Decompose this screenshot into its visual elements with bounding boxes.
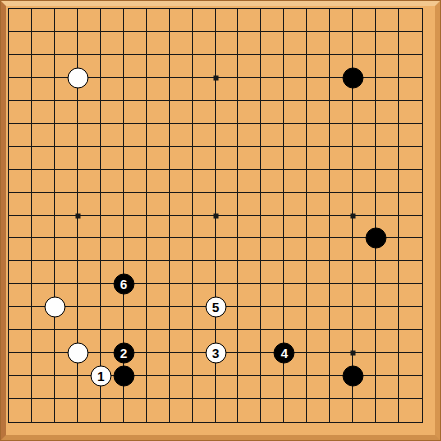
grid-cell xyxy=(330,399,353,422)
grid-cell xyxy=(124,399,147,422)
grid-cell xyxy=(147,32,170,55)
grid-cell xyxy=(399,238,422,261)
grid-cell xyxy=(353,330,376,353)
grid-cell xyxy=(238,147,261,170)
grid-cell xyxy=(399,170,422,193)
grid-cell xyxy=(170,9,193,32)
grid-cell xyxy=(353,261,376,284)
grid-cell xyxy=(9,193,32,216)
grid-cell xyxy=(78,193,101,216)
grid-cell xyxy=(307,78,330,101)
stone-white-e3: 1 xyxy=(90,366,111,387)
grid-cell xyxy=(307,216,330,239)
grid-cell xyxy=(284,284,307,307)
grid-cell xyxy=(147,193,170,216)
grid-cell xyxy=(193,170,216,193)
grid-cell xyxy=(170,376,193,399)
grid-cell xyxy=(261,124,284,147)
grid-cell xyxy=(124,9,147,32)
grid-cell xyxy=(147,376,170,399)
grid-cell xyxy=(399,147,422,170)
grid-cell xyxy=(32,330,55,353)
stone-black-q16 xyxy=(343,67,364,88)
grid-cell xyxy=(55,101,78,124)
grid-cell xyxy=(399,353,422,376)
grid-cell xyxy=(101,101,124,124)
grid-cell xyxy=(376,193,399,216)
grid-cell xyxy=(124,101,147,124)
grid-cell xyxy=(261,399,284,422)
grid-cell xyxy=(193,147,216,170)
grid-cell xyxy=(284,124,307,147)
grid-cell xyxy=(55,124,78,147)
grid-cell xyxy=(238,353,261,376)
grid-cell xyxy=(124,78,147,101)
grid-cell xyxy=(284,238,307,261)
grid-cell xyxy=(170,32,193,55)
grid-cell xyxy=(307,330,330,353)
grid-cell xyxy=(261,261,284,284)
grid-cell xyxy=(399,32,422,55)
grid-cell xyxy=(216,124,239,147)
grid-cell xyxy=(376,101,399,124)
grid-cell xyxy=(376,330,399,353)
grid-cell xyxy=(238,124,261,147)
grid-cell xyxy=(124,307,147,330)
grid-cell xyxy=(284,399,307,422)
grid-cell xyxy=(238,55,261,78)
grid-cell xyxy=(399,284,422,307)
star-point xyxy=(351,213,356,218)
grid-cell xyxy=(9,261,32,284)
grid-cell xyxy=(284,170,307,193)
grid-cell xyxy=(216,376,239,399)
grid-cell xyxy=(284,307,307,330)
grid-cell xyxy=(101,78,124,101)
grid-cell xyxy=(284,78,307,101)
stone-black-q3 xyxy=(343,366,364,387)
grid-cell xyxy=(101,399,124,422)
grid-cell xyxy=(284,216,307,239)
stone-black-f4: 2 xyxy=(113,343,134,364)
stone-white-c6 xyxy=(44,297,65,318)
grid-cell xyxy=(238,101,261,124)
grid-cell xyxy=(216,147,239,170)
grid-cell xyxy=(330,147,353,170)
grid-cell xyxy=(261,238,284,261)
grid-cell xyxy=(32,170,55,193)
grid-cell xyxy=(147,9,170,32)
grid-cell xyxy=(101,55,124,78)
grid-cell xyxy=(32,238,55,261)
grid-cell xyxy=(307,353,330,376)
grid-cell xyxy=(32,399,55,422)
grid-cell xyxy=(261,307,284,330)
grid-cell xyxy=(238,170,261,193)
grid-cell xyxy=(216,101,239,124)
grid-cell xyxy=(261,216,284,239)
star-point xyxy=(213,75,218,80)
grid-cell xyxy=(261,78,284,101)
grid-cell xyxy=(330,284,353,307)
grid-cell xyxy=(261,376,284,399)
grid-cell xyxy=(216,78,239,101)
grid-cell xyxy=(238,238,261,261)
grid-cell xyxy=(147,238,170,261)
grid-cell xyxy=(399,101,422,124)
grid-cell xyxy=(9,307,32,330)
stone-white-k4: 3 xyxy=(205,343,226,364)
grid-cell xyxy=(101,32,124,55)
grid-cell xyxy=(307,147,330,170)
grid-cell xyxy=(32,78,55,101)
grid-cell xyxy=(353,170,376,193)
grid-cell xyxy=(353,284,376,307)
grid-cell xyxy=(376,170,399,193)
grid-cell xyxy=(170,101,193,124)
grid-cell xyxy=(147,55,170,78)
grid-cell xyxy=(193,216,216,239)
grid-cell xyxy=(9,170,32,193)
grid-cell xyxy=(9,238,32,261)
grid-cell xyxy=(78,261,101,284)
grid-cell xyxy=(193,9,216,32)
grid-cell xyxy=(307,376,330,399)
grid-cell xyxy=(101,147,124,170)
grid-cell xyxy=(284,261,307,284)
grid-cell xyxy=(124,216,147,239)
grid-cell xyxy=(193,124,216,147)
grid-cell xyxy=(330,32,353,55)
grid-cell xyxy=(170,147,193,170)
grid-cell xyxy=(101,170,124,193)
grid-cell xyxy=(261,284,284,307)
grid-cell xyxy=(147,78,170,101)
grid-cell xyxy=(170,284,193,307)
grid-cell xyxy=(330,261,353,284)
grid-cell xyxy=(307,238,330,261)
grid-cell xyxy=(170,55,193,78)
grid-cell xyxy=(399,216,422,239)
grid-cell xyxy=(353,307,376,330)
grid-cell xyxy=(238,216,261,239)
grid-cell xyxy=(170,238,193,261)
grid-cell xyxy=(78,238,101,261)
grid-cell xyxy=(78,284,101,307)
grid-cell xyxy=(9,376,32,399)
grid-cell xyxy=(78,32,101,55)
star-point xyxy=(75,213,80,218)
grid-cell xyxy=(216,216,239,239)
grid-cell xyxy=(9,330,32,353)
grid-cell xyxy=(353,147,376,170)
grid-cell xyxy=(193,399,216,422)
grid-cell xyxy=(353,193,376,216)
grid-cell xyxy=(376,32,399,55)
grid-cell xyxy=(55,32,78,55)
grid-cell xyxy=(216,55,239,78)
grid-cell xyxy=(284,193,307,216)
grid-cell xyxy=(9,101,32,124)
grid-cell xyxy=(32,9,55,32)
grid-cell xyxy=(399,376,422,399)
grid-cell xyxy=(101,124,124,147)
grid-cell xyxy=(55,376,78,399)
grid-cell xyxy=(307,9,330,32)
grid-cell xyxy=(147,170,170,193)
grid-cell xyxy=(376,55,399,78)
grid-cell xyxy=(193,32,216,55)
grid-cell xyxy=(147,284,170,307)
grid-cell xyxy=(238,284,261,307)
grid-cell xyxy=(124,170,147,193)
grid-cell xyxy=(261,147,284,170)
grid-cell xyxy=(78,399,101,422)
grid-cell xyxy=(353,9,376,32)
grid-cell xyxy=(170,353,193,376)
grid-cell xyxy=(330,216,353,239)
grid-cell xyxy=(284,101,307,124)
grid-cell xyxy=(101,238,124,261)
grid-cell xyxy=(32,261,55,284)
grid-cell xyxy=(307,261,330,284)
grid-cell xyxy=(216,32,239,55)
star-point xyxy=(213,213,218,218)
grid-cell xyxy=(170,307,193,330)
grid-cell xyxy=(170,261,193,284)
grid-cell xyxy=(238,32,261,55)
grid-cell xyxy=(101,193,124,216)
grid-cell xyxy=(376,78,399,101)
grid-cell xyxy=(147,261,170,284)
grid-cell xyxy=(307,32,330,55)
grid-cell xyxy=(376,9,399,32)
grid-cell xyxy=(261,55,284,78)
grid-cell xyxy=(261,193,284,216)
grid-cell xyxy=(376,353,399,376)
grid-cell xyxy=(238,399,261,422)
grid-cell xyxy=(9,124,32,147)
star-point xyxy=(351,351,356,356)
grid-cell xyxy=(78,124,101,147)
grid-cell xyxy=(32,55,55,78)
grid-cell xyxy=(238,376,261,399)
grid-cell xyxy=(399,193,422,216)
grid-cell xyxy=(124,32,147,55)
grid-cell xyxy=(376,307,399,330)
grid-cell xyxy=(216,261,239,284)
grid-cell xyxy=(238,78,261,101)
grid-cell xyxy=(147,124,170,147)
grid-cell xyxy=(170,78,193,101)
grid-cell xyxy=(9,216,32,239)
grid-cell xyxy=(9,353,32,376)
grid-cell xyxy=(261,170,284,193)
grid-cell xyxy=(9,284,32,307)
grid-cell xyxy=(9,9,32,32)
grid-cell xyxy=(399,124,422,147)
grid-cell xyxy=(353,101,376,124)
stone-white-k6: 5 xyxy=(205,297,226,318)
grid-cell xyxy=(78,101,101,124)
grid-cell xyxy=(330,238,353,261)
grid-cell xyxy=(376,124,399,147)
grid-cell xyxy=(330,170,353,193)
grid-cell xyxy=(216,399,239,422)
grid-cell xyxy=(124,193,147,216)
grid-cell xyxy=(330,307,353,330)
grid-cell xyxy=(261,101,284,124)
grid-cell xyxy=(55,216,78,239)
grid-cell xyxy=(307,101,330,124)
grid-cell xyxy=(193,376,216,399)
grid-cell xyxy=(216,9,239,32)
stone-white-d4 xyxy=(67,343,88,364)
grid-cell xyxy=(284,32,307,55)
grid-cell xyxy=(55,9,78,32)
grid-cell xyxy=(124,124,147,147)
go-board[interactable]: 652341 xyxy=(8,8,423,423)
grid-cell xyxy=(307,307,330,330)
go-board-frame: 652341 xyxy=(0,0,441,441)
grid-cell xyxy=(9,32,32,55)
grid-cell xyxy=(330,101,353,124)
grid-cell xyxy=(353,399,376,422)
grid-cell xyxy=(9,147,32,170)
grid-cell xyxy=(238,9,261,32)
grid-cell xyxy=(147,353,170,376)
grid-cell xyxy=(261,32,284,55)
grid-cell xyxy=(193,261,216,284)
grid-cell xyxy=(9,55,32,78)
grid-cell xyxy=(147,399,170,422)
grid-cell xyxy=(238,330,261,353)
grid-cell xyxy=(399,399,422,422)
grid-cell xyxy=(78,9,101,32)
grid-cell xyxy=(399,55,422,78)
grid-cell xyxy=(399,307,422,330)
grid-cell xyxy=(170,330,193,353)
grid-cell xyxy=(376,261,399,284)
grid-cell xyxy=(330,124,353,147)
grid-cell xyxy=(55,238,78,261)
grid-cell xyxy=(216,193,239,216)
grid-cell xyxy=(399,78,422,101)
stone-black-r9 xyxy=(366,228,387,249)
grid-cell xyxy=(55,261,78,284)
grid-cell xyxy=(32,193,55,216)
stone-white-d16 xyxy=(67,67,88,88)
grid-cell xyxy=(284,376,307,399)
grid-cell xyxy=(307,193,330,216)
grid-cell xyxy=(376,147,399,170)
grid-cell xyxy=(147,147,170,170)
grid-cell xyxy=(238,261,261,284)
grid-cell xyxy=(147,307,170,330)
grid-cell xyxy=(32,124,55,147)
grid-cell xyxy=(32,32,55,55)
grid-cell xyxy=(376,399,399,422)
grid-cell xyxy=(216,170,239,193)
grid-cell xyxy=(307,55,330,78)
grid-cell xyxy=(307,124,330,147)
grid-cell xyxy=(353,32,376,55)
grid-cell xyxy=(55,170,78,193)
grid-cell xyxy=(124,55,147,78)
grid-cell xyxy=(193,238,216,261)
grid-cell xyxy=(170,193,193,216)
grid-cell xyxy=(284,55,307,78)
grid-cell xyxy=(170,399,193,422)
grid-cell xyxy=(124,147,147,170)
grid-cell xyxy=(399,330,422,353)
grid-cell xyxy=(124,238,147,261)
grid-cell xyxy=(330,9,353,32)
grid-cell xyxy=(78,216,101,239)
stone-black-f7: 6 xyxy=(113,274,134,295)
grid-cell xyxy=(193,78,216,101)
grid-cell xyxy=(32,216,55,239)
grid-cell xyxy=(101,9,124,32)
grid-cell xyxy=(78,170,101,193)
grid-cell xyxy=(55,147,78,170)
grid-cell xyxy=(147,101,170,124)
grid-cell xyxy=(307,284,330,307)
grid-cell xyxy=(147,216,170,239)
grid-cell xyxy=(307,170,330,193)
grid-cell xyxy=(307,399,330,422)
grid-cell xyxy=(399,9,422,32)
grid-cell xyxy=(376,284,399,307)
grid-cell xyxy=(170,124,193,147)
grid-cell xyxy=(284,147,307,170)
grid-cell xyxy=(193,101,216,124)
grid-cell xyxy=(55,399,78,422)
grid-cell xyxy=(9,78,32,101)
grid-cell xyxy=(261,9,284,32)
grid-cell xyxy=(78,147,101,170)
grid-cell xyxy=(32,147,55,170)
grid-cell xyxy=(101,307,124,330)
grid-cell xyxy=(238,307,261,330)
grid-cell xyxy=(9,399,32,422)
grid-cell xyxy=(147,330,170,353)
stone-black-n4: 4 xyxy=(274,343,295,364)
grid-cell xyxy=(78,307,101,330)
grid-cell xyxy=(170,216,193,239)
grid-cell xyxy=(399,261,422,284)
grid-cell xyxy=(216,238,239,261)
grid-cell xyxy=(32,376,55,399)
stone-black-f3 xyxy=(113,366,134,387)
grid-cell xyxy=(353,124,376,147)
grid-cell xyxy=(238,193,261,216)
grid-cell xyxy=(32,101,55,124)
grid-cell xyxy=(376,376,399,399)
grid-cell xyxy=(170,170,193,193)
grid-cell xyxy=(32,353,55,376)
grid-cell xyxy=(101,216,124,239)
grid-cell xyxy=(284,9,307,32)
